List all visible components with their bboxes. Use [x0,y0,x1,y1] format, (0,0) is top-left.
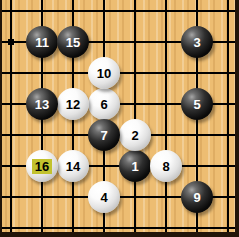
go-board[interactable]: 12345678910111213141516 [0,0,239,237]
stone-number: 4 [100,191,107,204]
grid-line-horizontal [0,227,239,229]
stone-white-6: 6 [88,88,120,120]
stone-number: 12 [66,98,80,111]
stone-black-1: 1 [119,150,151,182]
stone-number: 8 [162,160,169,173]
stone-number: 7 [100,129,107,142]
stone-black-5: 5 [181,88,213,120]
board-edge-bottom [0,232,239,237]
stone-black-11: 11 [26,26,58,58]
stone-white-16: 16 [26,150,58,182]
screenshot-root: 12345678910111213141516 [0,0,239,237]
stone-black-15: 15 [57,26,89,58]
board-edge-left [0,0,2,237]
stone-number-last-move: 16 [32,159,52,174]
grid-line-vertical [10,0,12,237]
stone-white-10: 10 [88,57,120,89]
stone-number: 15 [66,36,80,49]
stone-white-2: 2 [119,119,151,151]
grid-line-horizontal [0,10,239,12]
stone-number: 1 [131,160,138,173]
stone-number: 13 [35,98,49,111]
stone-white-12: 12 [57,88,89,120]
stone-white-8: 8 [150,150,182,182]
stone-number: 5 [193,98,200,111]
stone-number: 9 [193,191,200,204]
stone-white-14: 14 [57,150,89,182]
stone-number: 2 [131,129,138,142]
stone-number: 14 [66,160,80,173]
stone-white-4: 4 [88,181,120,213]
grid-line-vertical [227,0,229,237]
stone-black-9: 9 [181,181,213,213]
stone-black-7: 7 [88,119,120,151]
board-edge-right [235,0,239,237]
grid-line-vertical [165,0,167,237]
stone-number: 10 [97,67,111,80]
stone-black-13: 13 [26,88,58,120]
star-point [8,39,14,45]
stone-number: 6 [100,98,107,111]
stone-number: 11 [35,36,49,49]
stone-black-3: 3 [181,26,213,58]
stone-number: 3 [193,36,200,49]
